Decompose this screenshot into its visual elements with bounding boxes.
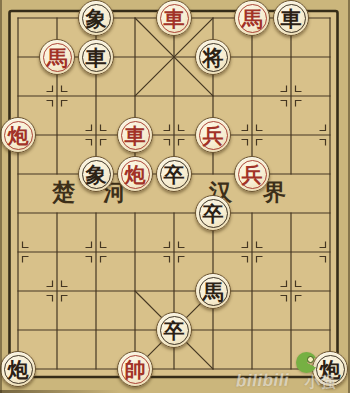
piece-black-soldier[interactable]: 卒 xyxy=(156,156,192,192)
board-point: 兵 xyxy=(194,116,233,155)
piece-label: 炮 xyxy=(8,125,29,146)
board-point: 象 xyxy=(77,0,116,38)
pacman-watermark-icon xyxy=(296,352,317,373)
piece-red-chariot[interactable]: 車 xyxy=(117,117,153,153)
board-point: 象 xyxy=(77,155,116,194)
board-point: 車 xyxy=(272,0,311,38)
board-point: 卒 xyxy=(155,155,194,194)
piece-label: 兵 xyxy=(242,164,263,185)
board-point: 炮 xyxy=(0,116,38,155)
pieces-grid: 象車馬車馬車将炮車兵象炮卒兵卒馬卒炮帥炮 xyxy=(0,0,350,389)
piece-label: 卒 xyxy=(164,164,185,185)
board-point: 卒 xyxy=(194,194,233,233)
piece-label: 卒 xyxy=(203,203,224,224)
pacman-eye xyxy=(307,356,314,363)
piece-black-soldier[interactable]: 卒 xyxy=(156,312,192,348)
piece-black-chariot[interactable]: 車 xyxy=(78,39,114,75)
piece-label: 馬 xyxy=(47,47,68,68)
board-point: 馬 xyxy=(233,0,272,38)
uploader-watermark: 小强 xyxy=(305,373,335,392)
board-point: 兵 xyxy=(233,155,272,194)
piece-label: 馬 xyxy=(203,281,224,302)
piece-label: 卒 xyxy=(164,320,185,341)
bilibili-watermark: bilibili xyxy=(236,371,289,392)
piece-red-chariot[interactable]: 車 xyxy=(156,0,192,36)
piece-label: 車 xyxy=(281,8,302,29)
piece-label: 帥 xyxy=(125,359,146,380)
piece-black-elephant[interactable]: 象 xyxy=(78,0,114,36)
piece-label: 兵 xyxy=(203,125,224,146)
board-point: 卒 xyxy=(155,311,194,350)
board-point: 馬 xyxy=(194,272,233,311)
piece-black-soldier[interactable]: 卒 xyxy=(195,195,231,231)
board-point: 将 xyxy=(194,38,233,77)
board-point: 炮 xyxy=(0,350,38,389)
piece-red-horse[interactable]: 馬 xyxy=(39,39,75,75)
piece-red-horse[interactable]: 馬 xyxy=(234,0,270,36)
piece-label: 馬 xyxy=(242,8,263,29)
piece-black-cannon[interactable]: 炮 xyxy=(0,351,36,387)
piece-label: 車 xyxy=(86,47,107,68)
piece-label: 車 xyxy=(125,125,146,146)
board-point: 車 xyxy=(116,116,155,155)
piece-red-soldier[interactable]: 兵 xyxy=(234,156,270,192)
board-point: 車 xyxy=(77,38,116,77)
board-point: 馬 xyxy=(38,38,77,77)
piece-red-general[interactable]: 帥 xyxy=(117,351,153,387)
piece-label: 炮 xyxy=(8,359,29,380)
piece-label: 車 xyxy=(164,8,185,29)
xiangqi-board: 楚 河 汉 界 象車馬車馬車将炮車兵象炮卒兵卒馬卒炮帥炮 bilibili 小强 xyxy=(0,0,350,393)
piece-black-chariot[interactable]: 車 xyxy=(273,0,309,36)
board-point: 帥 xyxy=(116,350,155,389)
piece-label: 象 xyxy=(86,164,107,185)
piece-label: 象 xyxy=(86,8,107,29)
piece-black-general[interactable]: 将 xyxy=(195,39,231,75)
piece-label: 将 xyxy=(203,47,224,68)
piece-black-horse[interactable]: 馬 xyxy=(195,273,231,309)
board-point: 車 xyxy=(155,0,194,38)
piece-red-soldier[interactable]: 兵 xyxy=(195,117,231,153)
piece-black-elephant[interactable]: 象 xyxy=(78,156,114,192)
piece-label: 炮 xyxy=(125,164,146,185)
board-point: 炮 xyxy=(116,155,155,194)
piece-red-cannon[interactable]: 炮 xyxy=(0,117,36,153)
piece-red-cannon[interactable]: 炮 xyxy=(117,156,153,192)
